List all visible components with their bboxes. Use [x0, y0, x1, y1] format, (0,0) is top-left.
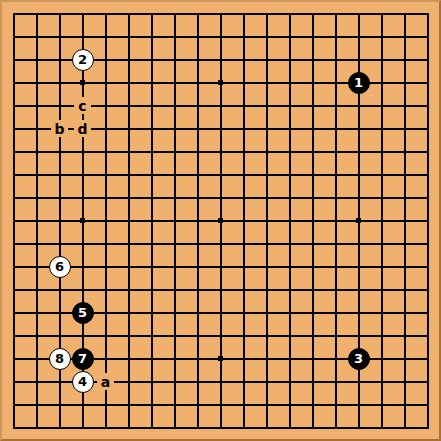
grid-line-vertical — [128, 370, 130, 393]
intersection — [324, 255, 347, 278]
grid-line-vertical — [59, 48, 61, 71]
grid-line-vertical — [105, 324, 107, 347]
grid-line-vertical — [404, 140, 406, 163]
grid-line-vertical — [174, 209, 176, 232]
grid-line-vertical — [358, 416, 360, 429]
intersection — [301, 94, 324, 117]
grid-line-vertical — [243, 140, 245, 163]
grid-line-vertical — [197, 301, 199, 324]
grid-line-vertical — [13, 416, 15, 429]
grid-line-vertical — [82, 255, 84, 278]
intersection — [324, 48, 347, 71]
intersection — [393, 117, 416, 140]
go-board: 21cbd658734a — [0, 0, 441, 441]
grid-line-vertical — [174, 416, 176, 429]
grid-line-vertical — [197, 324, 199, 347]
grid-line-vertical — [82, 324, 84, 347]
intersection — [2, 25, 25, 48]
intersection — [2, 163, 25, 186]
grid-line-vertical — [266, 347, 268, 370]
grid-line-vertical — [289, 117, 291, 140]
grid-line-vertical — [427, 324, 429, 347]
grid-line-vertical — [358, 255, 360, 278]
grid-line-vertical — [427, 71, 429, 94]
grid-line-vertical — [59, 94, 61, 117]
grid-line-vertical — [289, 163, 291, 186]
grid-line-vertical — [197, 94, 199, 117]
grid-line-vertical — [128, 301, 130, 324]
grid-line-vertical — [174, 163, 176, 186]
grid-line-vertical — [220, 140, 222, 163]
intersection — [94, 186, 117, 209]
intersection — [25, 2, 48, 25]
grid-line-vertical — [427, 255, 429, 278]
grid-line-vertical — [174, 324, 176, 347]
grid-line-vertical — [197, 278, 199, 301]
intersection — [232, 324, 255, 347]
grid-line-vertical — [381, 117, 383, 140]
grid-line-vertical — [381, 163, 383, 186]
grid-line-vertical — [266, 13, 268, 26]
grid-line-vertical — [105, 117, 107, 140]
grid-line-vertical — [358, 232, 360, 255]
grid-line-vertical — [335, 71, 337, 94]
intersection — [370, 370, 393, 393]
grid-line-vertical — [220, 117, 222, 140]
intersection — [324, 117, 347, 140]
intersection — [301, 117, 324, 140]
intersection — [186, 347, 209, 370]
grid-line-vertical — [312, 301, 314, 324]
intersection — [209, 232, 232, 255]
grid-line-vertical — [335, 140, 337, 163]
grid-line-vertical — [289, 140, 291, 163]
grid-line-vertical — [151, 301, 153, 324]
grid-line-vertical — [13, 370, 15, 393]
intersection — [370, 2, 393, 25]
grid-line-vertical — [151, 347, 153, 370]
grid-line-vertical — [197, 416, 199, 429]
grid-line-vertical — [174, 13, 176, 26]
intersection — [232, 163, 255, 186]
intersection: a — [94, 370, 117, 393]
intersection — [25, 393, 48, 416]
grid-line-vertical — [266, 117, 268, 140]
grid-line-vertical — [381, 232, 383, 255]
intersection — [232, 186, 255, 209]
grid-line-vertical — [335, 209, 337, 232]
intersection — [301, 48, 324, 71]
grid-line-vertical — [312, 393, 314, 416]
intersection — [347, 393, 370, 416]
grid-line-vertical — [151, 163, 153, 186]
grid-line-vertical — [59, 301, 61, 324]
grid-line-vertical — [289, 255, 291, 278]
grid-line-vertical — [381, 301, 383, 324]
intersection — [117, 117, 140, 140]
grid-line-vertical — [404, 255, 406, 278]
intersection — [94, 117, 117, 140]
intersection — [2, 370, 25, 393]
grid-line-vertical — [289, 232, 291, 255]
grid-line-vertical — [312, 48, 314, 71]
grid-line-vertical — [36, 393, 38, 416]
grid-line-vertical — [381, 209, 383, 232]
intersection — [416, 209, 439, 232]
intersection — [117, 140, 140, 163]
grid-line-vertical — [289, 278, 291, 301]
grid-line-vertical — [36, 140, 38, 163]
intersection — [163, 117, 186, 140]
grid-line-vertical — [404, 209, 406, 232]
grid-line-vertical — [243, 347, 245, 370]
intersection — [370, 94, 393, 117]
grid-line-vertical — [243, 94, 245, 117]
grid-line-vertical — [197, 370, 199, 393]
intersection — [255, 232, 278, 255]
grid-line-vertical — [243, 163, 245, 186]
grid-line-vertical — [427, 232, 429, 255]
intersection: 4 — [71, 370, 94, 393]
board-grid: 21cbd658734a — [2, 2, 439, 439]
grid-line-vertical — [266, 48, 268, 71]
intersection — [370, 232, 393, 255]
intersection — [255, 393, 278, 416]
grid-line-vertical — [427, 163, 429, 186]
intersection — [163, 2, 186, 25]
grid-line-vertical — [404, 71, 406, 94]
intersection — [416, 370, 439, 393]
intersection — [278, 393, 301, 416]
intersection — [393, 48, 416, 71]
intersection — [94, 2, 117, 25]
intersection — [324, 347, 347, 370]
intersection — [71, 278, 94, 301]
grid-line-vertical — [381, 94, 383, 117]
intersection — [370, 393, 393, 416]
intersection — [140, 209, 163, 232]
intersection — [209, 416, 232, 439]
intersection — [209, 71, 232, 94]
stone-black-5: 5 — [72, 302, 94, 324]
intersection — [48, 324, 71, 347]
stone-white-4: 4 — [72, 371, 94, 393]
grid-line-vertical — [312, 209, 314, 232]
grid-line-vertical — [36, 186, 38, 209]
intersection — [255, 209, 278, 232]
intersection — [232, 117, 255, 140]
grid-line-vertical — [404, 393, 406, 416]
intersection — [347, 25, 370, 48]
intersection — [301, 416, 324, 439]
intersection — [71, 186, 94, 209]
intersection — [232, 209, 255, 232]
intersection — [255, 140, 278, 163]
grid-line-vertical — [82, 232, 84, 255]
intersection — [94, 416, 117, 439]
grid-line-vertical — [13, 278, 15, 301]
intersection — [94, 71, 117, 94]
grid-line-vertical — [404, 232, 406, 255]
intersection: 1 — [347, 71, 370, 94]
intersection — [301, 186, 324, 209]
intersection — [117, 301, 140, 324]
intersection — [370, 186, 393, 209]
grid-line-vertical — [151, 278, 153, 301]
grid-line-vertical — [312, 117, 314, 140]
intersection — [163, 416, 186, 439]
intersection — [416, 2, 439, 25]
grid-line-vertical — [358, 163, 360, 186]
grid-line-vertical — [151, 324, 153, 347]
intersection — [255, 186, 278, 209]
grid-line-vertical — [151, 117, 153, 140]
grid-line-vertical — [220, 232, 222, 255]
grid-line-vertical — [266, 25, 268, 48]
grid-line-vertical — [151, 255, 153, 278]
grid-line-vertical — [105, 25, 107, 48]
grid-line-vertical — [13, 117, 15, 140]
grid-line-vertical — [289, 71, 291, 94]
intersection — [278, 2, 301, 25]
grid-line-vertical — [36, 163, 38, 186]
intersection — [140, 416, 163, 439]
intersection — [2, 48, 25, 71]
intersection — [347, 48, 370, 71]
intersection — [255, 163, 278, 186]
intersection — [48, 370, 71, 393]
grid-line-vertical — [13, 232, 15, 255]
grid-line-vertical — [36, 347, 38, 370]
intersection — [347, 117, 370, 140]
intersection — [186, 255, 209, 278]
intersection — [25, 301, 48, 324]
intersection — [232, 94, 255, 117]
intersection — [347, 2, 370, 25]
intersection — [48, 140, 71, 163]
intersection — [209, 2, 232, 25]
grid-line-vertical — [197, 140, 199, 163]
intersection — [278, 117, 301, 140]
intersection — [393, 163, 416, 186]
grid-line-vertical — [174, 393, 176, 416]
intersection — [117, 232, 140, 255]
grid-line-vertical — [128, 25, 130, 48]
intersection — [255, 255, 278, 278]
intersection — [186, 209, 209, 232]
intersection — [393, 94, 416, 117]
intersection: 2 — [71, 48, 94, 71]
intersection — [255, 278, 278, 301]
intersection — [278, 209, 301, 232]
grid-line-vertical — [59, 416, 61, 429]
intersection — [140, 255, 163, 278]
grid-line-vertical — [266, 163, 268, 186]
grid-line-vertical — [427, 393, 429, 416]
intersection: 6 — [48, 255, 71, 278]
intersection — [2, 140, 25, 163]
intersection — [370, 48, 393, 71]
intersection — [324, 163, 347, 186]
intersection — [209, 255, 232, 278]
grid-line-vertical — [59, 71, 61, 94]
intersection — [186, 393, 209, 416]
intersection — [278, 278, 301, 301]
intersection — [393, 140, 416, 163]
intersection — [393, 278, 416, 301]
grid-line-vertical — [220, 370, 222, 393]
intersection — [393, 25, 416, 48]
grid-line-vertical — [381, 140, 383, 163]
intersection — [71, 163, 94, 186]
grid-line-vertical — [36, 209, 38, 232]
intersection — [416, 255, 439, 278]
intersection — [393, 232, 416, 255]
intersection — [255, 25, 278, 48]
grid-line-vertical — [128, 140, 130, 163]
grid-line-vertical — [312, 163, 314, 186]
intersection — [393, 71, 416, 94]
grid-line-vertical — [243, 186, 245, 209]
intersection — [347, 301, 370, 324]
intersection — [232, 140, 255, 163]
intersection — [71, 71, 94, 94]
intersection — [163, 48, 186, 71]
grid-line-vertical — [381, 25, 383, 48]
grid-line-vertical — [358, 48, 360, 71]
intersection — [25, 94, 48, 117]
intersection — [25, 209, 48, 232]
grid-line-vertical — [312, 71, 314, 94]
grid-line-vertical — [174, 117, 176, 140]
intersection — [347, 278, 370, 301]
grid-line-vertical — [220, 301, 222, 324]
grid-line-vertical — [243, 71, 245, 94]
intersection — [25, 278, 48, 301]
intersection — [117, 347, 140, 370]
intersection: d — [71, 117, 94, 140]
intersection — [324, 209, 347, 232]
grid-line-vertical — [266, 255, 268, 278]
grid-line-vertical — [335, 393, 337, 416]
grid-line-vertical — [381, 48, 383, 71]
grid-line-vertical — [174, 278, 176, 301]
grid-line-vertical — [243, 232, 245, 255]
intersection — [370, 347, 393, 370]
grid-line-vertical — [381, 71, 383, 94]
intersection — [370, 117, 393, 140]
grid-line-vertical — [312, 255, 314, 278]
grid-line-vertical — [220, 163, 222, 186]
intersection — [347, 416, 370, 439]
intersection — [370, 255, 393, 278]
intersection — [209, 140, 232, 163]
intersection — [48, 186, 71, 209]
grid-line-vertical — [427, 186, 429, 209]
grid-line-vertical — [266, 209, 268, 232]
intersection — [232, 416, 255, 439]
intersection — [393, 209, 416, 232]
intersection — [117, 324, 140, 347]
intersection — [278, 186, 301, 209]
grid-line-vertical — [404, 25, 406, 48]
grid-line-vertical — [13, 324, 15, 347]
grid-line-vertical — [197, 255, 199, 278]
point-label-d: d — [74, 120, 91, 137]
grid-line-vertical — [197, 186, 199, 209]
grid-line-vertical — [427, 13, 429, 26]
grid-line-vertical — [105, 209, 107, 232]
intersection — [232, 2, 255, 25]
grid-line-vertical — [105, 416, 107, 429]
grid-line-vertical — [197, 48, 199, 71]
intersection — [25, 324, 48, 347]
grid-line-vertical — [59, 25, 61, 48]
grid-line-vertical — [266, 301, 268, 324]
grid-line-vertical — [174, 71, 176, 94]
intersection — [209, 370, 232, 393]
intersection — [94, 301, 117, 324]
grid-line-vertical — [312, 140, 314, 163]
intersection — [301, 163, 324, 186]
grid-line-vertical — [220, 94, 222, 117]
grid-line-vertical — [266, 71, 268, 94]
intersection — [25, 255, 48, 278]
grid-line-vertical — [427, 370, 429, 393]
grid-line-vertical — [36, 48, 38, 71]
grid-line-vertical — [243, 393, 245, 416]
grid-line-vertical — [220, 48, 222, 71]
intersection — [255, 301, 278, 324]
intersection — [117, 48, 140, 71]
grid-line-vertical — [289, 25, 291, 48]
intersection — [71, 2, 94, 25]
grid-line-vertical — [36, 71, 38, 94]
grid-line-vertical — [128, 255, 130, 278]
grid-line-vertical — [381, 255, 383, 278]
point-label-c: c — [74, 97, 91, 114]
grid-line-vertical — [381, 186, 383, 209]
intersection — [416, 140, 439, 163]
grid-line-vertical — [427, 278, 429, 301]
intersection — [140, 25, 163, 48]
intersection — [393, 416, 416, 439]
intersection — [416, 416, 439, 439]
intersection — [347, 232, 370, 255]
grid-line-vertical — [13, 25, 15, 48]
intersection — [416, 393, 439, 416]
grid-line-vertical — [105, 255, 107, 278]
intersection — [186, 163, 209, 186]
intersection — [163, 347, 186, 370]
intersection — [301, 301, 324, 324]
intersection — [163, 186, 186, 209]
intersection — [140, 370, 163, 393]
intersection — [209, 48, 232, 71]
grid-line-vertical — [289, 301, 291, 324]
grid-line-vertical — [404, 416, 406, 429]
grid-line-vertical — [105, 278, 107, 301]
grid-line-vertical — [289, 347, 291, 370]
intersection — [117, 163, 140, 186]
grid-line-vertical — [312, 13, 314, 26]
grid-line-vertical — [335, 186, 337, 209]
grid-line-vertical — [266, 232, 268, 255]
grid-line-vertical — [197, 117, 199, 140]
grid-line-vertical — [13, 347, 15, 370]
grid-line-vertical — [404, 48, 406, 71]
grid-line-vertical — [197, 25, 199, 48]
